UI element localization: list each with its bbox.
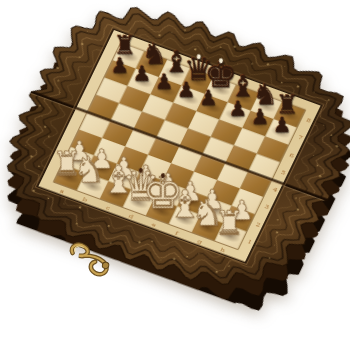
- file-label-g: g: [196, 238, 203, 245]
- file-label-f: f: [174, 230, 179, 236]
- rank-label-2: 2: [255, 221, 262, 228]
- finial-dark: [161, 172, 166, 177]
- rank-label-5: 5: [280, 169, 287, 176]
- file-label-h: h: [219, 246, 226, 253]
- rank-label-4: 4: [272, 186, 279, 193]
- chess-board: ♜♞♝♛♚♝♞♜♟♟♟♟♟♟♟♟♟♟♟♟♟♟♟♟♜♞♝♛♚♝♞♜ abcdefg…: [38, 30, 320, 262]
- square-h1[interactable]: ♜: [215, 223, 246, 249]
- piece-glyph: ♟: [252, 115, 312, 136]
- file-label-d: d: [128, 213, 135, 220]
- piece-glyph: ♜: [199, 206, 259, 239]
- file-label-b: b: [82, 196, 89, 203]
- rank-label-1: 1: [246, 238, 253, 245]
- rank-label-7: 7: [297, 134, 304, 141]
- finial-light: [219, 57, 224, 62]
- file-label-e: e: [151, 221, 158, 228]
- file-label-a: a: [59, 187, 66, 194]
- file-label-c: c: [105, 204, 111, 211]
- rank-label-6: 6: [288, 152, 295, 159]
- chess-set-photo: ♜♞♝♛♚♝♞♜♟♟♟♟♟♟♟♟♟♟♟♟♟♟♟♟♜♞♝♛♚♝♞♜ abcdefg…: [0, 0, 350, 350]
